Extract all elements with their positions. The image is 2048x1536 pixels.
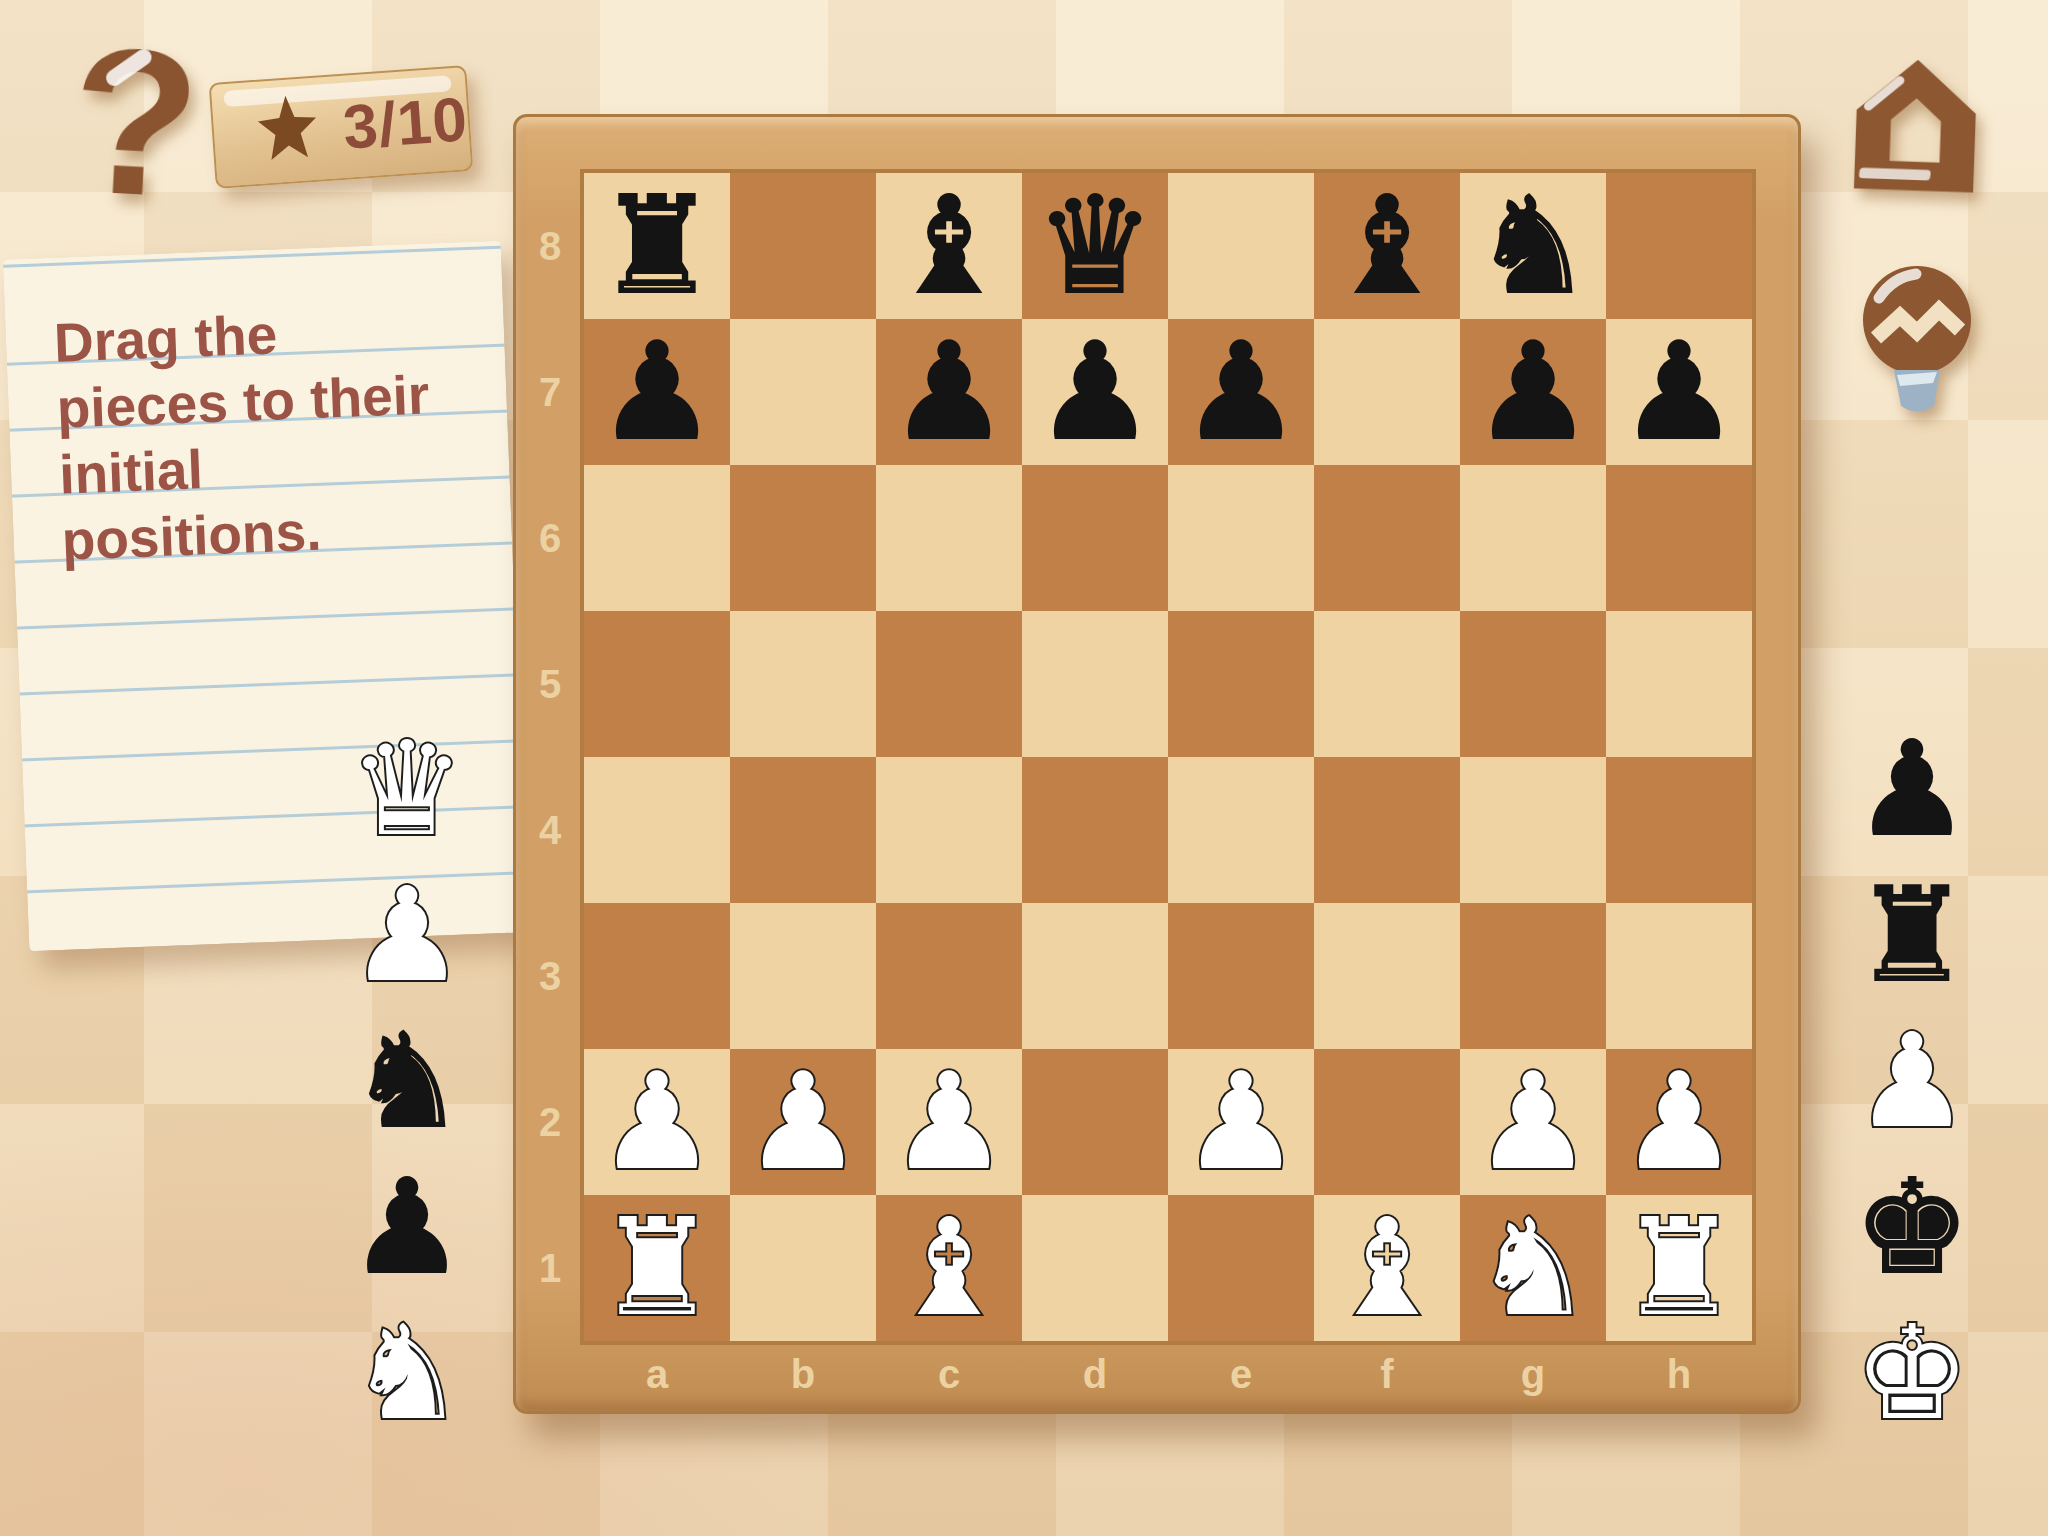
square-h8[interactable]: [1606, 173, 1752, 319]
rank-labels: 87654321: [516, 173, 584, 1341]
black-pawn-h7[interactable]: ♟: [1619, 319, 1739, 465]
square-d7[interactable]: ♟: [1022, 319, 1168, 465]
square-h6[interactable]: [1606, 465, 1752, 611]
square-a1[interactable]: ♜: [584, 1195, 730, 1341]
help-button[interactable]: ?: [67, 15, 205, 229]
white-pawn-b2[interactable]: ♟: [743, 1049, 863, 1195]
square-g3[interactable]: [1460, 903, 1606, 1049]
tray-right-white-pawn[interactable]: ♟: [1854, 1008, 1971, 1154]
black-pawn-e7[interactable]: ♟: [1181, 319, 1301, 465]
square-b5[interactable]: [730, 611, 876, 757]
rank-label-1: 1: [516, 1195, 584, 1341]
white-rook-h1[interactable]: ♜: [1619, 1195, 1739, 1341]
black-pawn-a7[interactable]: ♟: [597, 319, 717, 465]
black-bishop-f8[interactable]: ♝: [1327, 173, 1447, 319]
square-f1[interactable]: ♝: [1314, 1195, 1460, 1341]
tray-right-slot-1: ♜: [1832, 862, 1992, 1008]
square-h2[interactable]: ♟: [1606, 1049, 1752, 1195]
square-a8[interactable]: ♜: [584, 173, 730, 319]
square-b6[interactable]: [730, 465, 876, 611]
tray-left-slot-1: ♟: [327, 862, 487, 1008]
white-pawn-g2[interactable]: ♟: [1473, 1049, 1593, 1195]
white-bishop-c1[interactable]: ♝: [889, 1195, 1009, 1341]
tray-left-white-pawn[interactable]: ♟: [349, 862, 466, 1008]
square-g7[interactable]: ♟: [1460, 319, 1606, 465]
square-g2[interactable]: ♟: [1460, 1049, 1606, 1195]
white-knight-g1[interactable]: ♞: [1473, 1195, 1593, 1341]
square-e8[interactable]: [1168, 173, 1314, 319]
square-a4[interactable]: [584, 757, 730, 903]
square-d3[interactable]: [1022, 903, 1168, 1049]
square-f4[interactable]: [1314, 757, 1460, 903]
tray-right-black-rook[interactable]: ♜: [1854, 862, 1971, 1008]
square-e1[interactable]: [1168, 1195, 1314, 1341]
rank-label-5: 5: [516, 611, 584, 757]
black-bishop-c8[interactable]: ♝: [889, 173, 1009, 319]
white-pawn-a2[interactable]: ♟: [597, 1049, 717, 1195]
tray-left-slot-2: ♞: [327, 1008, 487, 1154]
black-rook-a8[interactable]: ♜: [597, 173, 717, 319]
hint-button[interactable]: [1856, 258, 1978, 422]
rank-label-2: 2: [516, 1049, 584, 1195]
black-pawn-g7[interactable]: ♟: [1473, 319, 1593, 465]
tray-left-white-queen[interactable]: ♛: [349, 716, 466, 862]
tray-right-slot-4: ♚: [1832, 1300, 1992, 1446]
file-label-e: e: [1168, 1345, 1314, 1403]
tray-left-slot-4: ♞: [327, 1300, 487, 1446]
square-h7[interactable]: ♟: [1606, 319, 1752, 465]
square-d5[interactable]: [1022, 611, 1168, 757]
tray-left-black-knight[interactable]: ♞: [349, 1008, 466, 1154]
square-f3[interactable]: [1314, 903, 1460, 1049]
square-b1[interactable]: [730, 1195, 876, 1341]
square-g5[interactable]: [1460, 611, 1606, 757]
tray-left-white-knight[interactable]: ♞: [349, 1300, 466, 1446]
tray-left-slot-0: ♛: [327, 716, 487, 862]
square-f5[interactable]: [1314, 611, 1460, 757]
square-c8[interactable]: ♝: [876, 173, 1022, 319]
home-button[interactable]: [1845, 54, 1985, 213]
square-g6[interactable]: [1460, 465, 1606, 611]
square-b3[interactable]: [730, 903, 876, 1049]
file-label-b: b: [730, 1345, 876, 1403]
square-a7[interactable]: ♟: [584, 319, 730, 465]
square-e5[interactable]: [1168, 611, 1314, 757]
tray-right-black-pawn[interactable]: ♟: [1854, 716, 1971, 862]
tray-right: ♟♜♟♚♚: [1832, 716, 1992, 1448]
black-queen-d8[interactable]: ♛: [1035, 173, 1155, 319]
white-pawn-e2[interactable]: ♟: [1181, 1049, 1301, 1195]
rank-label-8: 8: [516, 173, 584, 319]
square-e6[interactable]: [1168, 465, 1314, 611]
square-c6[interactable]: [876, 465, 1022, 611]
file-label-a: a: [584, 1345, 730, 1403]
square-a2[interactable]: ♟: [584, 1049, 730, 1195]
black-pawn-d7[interactable]: ♟: [1035, 319, 1155, 465]
square-c4[interactable]: [876, 757, 1022, 903]
square-b2[interactable]: ♟: [730, 1049, 876, 1195]
square-h4[interactable]: [1606, 757, 1752, 903]
white-pawn-h2[interactable]: ♟: [1619, 1049, 1739, 1195]
square-b4[interactable]: [730, 757, 876, 903]
file-label-g: g: [1460, 1345, 1606, 1403]
board-squares: ♜♝♛♝♞♟♟♟♟♟♟♟♟♟♟♟♟♜♝♝♞♜: [584, 173, 1752, 1341]
square-d4[interactable]: [1022, 757, 1168, 903]
square-d8[interactable]: ♛: [1022, 173, 1168, 319]
rank-label-7: 7: [516, 319, 584, 465]
square-h3[interactable]: [1606, 903, 1752, 1049]
home-icon: [1845, 54, 1985, 209]
square-c7[interactable]: ♟: [876, 319, 1022, 465]
square-h1[interactable]: ♜: [1606, 1195, 1752, 1341]
star-icon: [254, 94, 322, 168]
tray-right-slot-0: ♟: [1832, 716, 1992, 862]
black-knight-g8[interactable]: ♞: [1473, 173, 1593, 319]
white-pawn-c2[interactable]: ♟: [889, 1049, 1009, 1195]
white-rook-a1[interactable]: ♜: [597, 1195, 717, 1341]
square-f8[interactable]: ♝: [1314, 173, 1460, 319]
rank-label-6: 6: [516, 465, 584, 611]
rank-label-4: 4: [516, 757, 584, 903]
file-labels: abcdefgh: [584, 1345, 1752, 1403]
tray-right-black-king[interactable]: ♚: [1854, 1154, 1971, 1300]
square-e4[interactable]: [1168, 757, 1314, 903]
white-bishop-f1[interactable]: ♝: [1327, 1195, 1447, 1341]
tray-right-slot-2: ♟: [1832, 1008, 1992, 1154]
square-c2[interactable]: ♟: [876, 1049, 1022, 1195]
square-a3[interactable]: [584, 903, 730, 1049]
tray-left-slot-3: ♟: [327, 1154, 487, 1300]
square-f7[interactable]: [1314, 319, 1460, 465]
square-e7[interactable]: ♟: [1168, 319, 1314, 465]
tray-left-black-pawn[interactable]: ♟: [349, 1154, 466, 1300]
square-d6[interactable]: [1022, 465, 1168, 611]
square-g4[interactable]: [1460, 757, 1606, 903]
square-c3[interactable]: [876, 903, 1022, 1049]
file-label-c: c: [876, 1345, 1022, 1403]
square-a5[interactable]: [584, 611, 730, 757]
chess-board: 87654321 ♜♝♛♝♞♟♟♟♟♟♟♟♟♟♟♟♟♜♝♝♞♜ abcdefgh: [513, 114, 1801, 1414]
black-pawn-c7[interactable]: ♟: [889, 319, 1009, 465]
question-mark-icon: ?: [66, 3, 205, 241]
instruction-text: Drag the pieces to their initial positio…: [53, 294, 469, 573]
file-label-h: h: [1606, 1345, 1752, 1403]
file-label-d: d: [1022, 1345, 1168, 1403]
square-f2[interactable]: [1314, 1049, 1460, 1195]
square-f6[interactable]: [1314, 465, 1460, 611]
hint-lightbulb-icon: [1856, 258, 1978, 418]
square-e3[interactable]: [1168, 903, 1314, 1049]
tray-right-white-king[interactable]: ♚: [1854, 1300, 1971, 1446]
tray-right-slot-3: ♚: [1832, 1154, 1992, 1300]
square-b8[interactable]: [730, 173, 876, 319]
score-badge: 3/10: [209, 65, 474, 189]
square-c5[interactable]: [876, 611, 1022, 757]
square-b7[interactable]: [730, 319, 876, 465]
file-label-f: f: [1314, 1345, 1460, 1403]
rank-label-3: 3: [516, 903, 584, 1049]
square-h5[interactable]: [1606, 611, 1752, 757]
square-g1[interactable]: ♞: [1460, 1195, 1606, 1341]
square-d2[interactable]: [1022, 1049, 1168, 1195]
square-g8[interactable]: ♞: [1460, 173, 1606, 319]
square-d1[interactable]: [1022, 1195, 1168, 1341]
square-c1[interactable]: ♝: [876, 1195, 1022, 1341]
square-a6[interactable]: [584, 465, 730, 611]
tray-left: ♛♟♞♟♞: [327, 716, 487, 1448]
square-e2[interactable]: ♟: [1168, 1049, 1314, 1195]
